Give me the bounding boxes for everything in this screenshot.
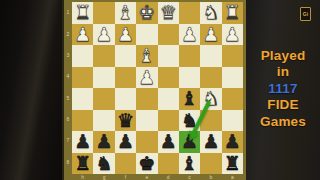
square-b5[interactable]: ♞ (200, 88, 221, 110)
square-e4[interactable]: ♟ (136, 67, 157, 89)
file-label-d: d (158, 173, 179, 180)
white-pawn-e4: ♟ (136, 67, 157, 89)
file-label-a: a (222, 173, 243, 180)
square-c8[interactable]: ♝ (179, 153, 200, 175)
square-e7[interactable] (136, 131, 157, 153)
black-queen-f6: ♛ (115, 110, 136, 132)
square-h4[interactable] (72, 67, 93, 89)
square-h1[interactable]: ♜ (72, 2, 93, 24)
square-f1[interactable]: ♝ (115, 2, 136, 24)
square-a6[interactable] (222, 110, 243, 132)
square-d8[interactable] (158, 153, 179, 175)
square-e1[interactable]: ♚ (136, 2, 157, 24)
rank-label-2: 2 (64, 23, 72, 44)
black-pawn-g7: ♟ (93, 131, 114, 153)
video-frame: 12345678 hgfedcba ♜♝♚♛♞♜♟♟♟♟♟♟♝♟♝♞♛♞♟♟♟♟… (0, 0, 320, 180)
square-g7[interactable]: ♟ (93, 131, 114, 153)
square-b3[interactable] (200, 45, 221, 67)
square-d4[interactable] (158, 67, 179, 89)
caption-line-in: in (246, 64, 320, 80)
square-e2[interactable] (136, 24, 157, 46)
square-g2[interactable]: ♟ (93, 24, 114, 46)
rank-labels: 12345678 (64, 2, 72, 173)
black-king-e8: ♚ (136, 153, 157, 175)
square-g4[interactable] (93, 67, 114, 89)
file-label-e: e (136, 173, 157, 180)
square-f7[interactable]: ♟ (115, 131, 136, 153)
caption-line-played: Played (246, 48, 320, 64)
black-knight-g8: ♞ (93, 153, 114, 175)
square-c7[interactable]: ♟ (179, 131, 200, 153)
square-c1[interactable] (179, 2, 200, 24)
channel-logo-icon: Gi (300, 7, 311, 21)
square-a8[interactable]: ♜ (222, 153, 243, 175)
square-h3[interactable] (72, 45, 93, 67)
caption-line-count: 1117 (246, 81, 320, 97)
square-d1[interactable]: ♛ (158, 2, 179, 24)
square-f2[interactable]: ♟ (115, 24, 136, 46)
square-h2[interactable]: ♟ (72, 24, 93, 46)
black-pawn-b7: ♟ (200, 131, 221, 153)
square-h5[interactable] (72, 88, 93, 110)
square-g6[interactable] (93, 110, 114, 132)
white-king-e1: ♚ (136, 2, 157, 24)
file-label-f: f (115, 173, 136, 180)
white-pawn-b2: ♟ (200, 24, 221, 46)
square-a7[interactable]: ♟ (222, 131, 243, 153)
square-g1[interactable] (93, 2, 114, 24)
square-h8[interactable]: ♜ (72, 153, 93, 175)
square-d2[interactable] (158, 24, 179, 46)
file-labels: hgfedcba (72, 173, 243, 180)
square-h6[interactable] (72, 110, 93, 132)
square-g5[interactable] (93, 88, 114, 110)
rank-label-7: 7 (64, 130, 72, 151)
left-background (0, 0, 62, 180)
black-pawn-a7: ♟ (222, 131, 243, 153)
black-pawn-f7: ♟ (115, 131, 136, 153)
square-c2[interactable]: ♟ (179, 24, 200, 46)
square-f4[interactable] (115, 67, 136, 89)
white-pawn-c2: ♟ (179, 24, 200, 46)
white-pawn-g2: ♟ (93, 24, 114, 46)
file-label-b: b (200, 173, 221, 180)
square-f6[interactable]: ♛ (115, 110, 136, 132)
square-b1[interactable]: ♞ (200, 2, 221, 24)
board-squares[interactable]: ♜♝♚♛♞♜♟♟♟♟♟♟♝♟♝♞♛♞♟♟♟♟♟♟♟♜♞♚♝♜ (72, 2, 243, 173)
square-c5[interactable]: ♝ (179, 88, 200, 110)
rank-label-4: 4 (64, 66, 72, 87)
square-c3[interactable] (179, 45, 200, 67)
white-rook-h1: ♜ (72, 2, 93, 24)
square-a1[interactable]: ♜ (222, 2, 243, 24)
black-pawn-d7: ♟ (158, 131, 179, 153)
white-knight-b5: ♞ (200, 88, 221, 110)
square-h7[interactable]: ♟ (72, 131, 93, 153)
square-e5[interactable] (136, 88, 157, 110)
black-rook-h8: ♜ (72, 153, 93, 175)
square-f8[interactable] (115, 153, 136, 175)
white-pawn-f2: ♟ (115, 24, 136, 46)
file-label-g: g (93, 173, 114, 180)
square-f3[interactable] (115, 45, 136, 67)
rank-label-5: 5 (64, 88, 72, 109)
square-b6[interactable] (200, 110, 221, 132)
square-b4[interactable] (200, 67, 221, 89)
white-pawn-h2: ♟ (72, 24, 93, 46)
file-label-h: h (72, 173, 93, 180)
white-pawn-a2: ♟ (222, 24, 243, 46)
black-rook-a8: ♜ (222, 153, 243, 175)
square-a3[interactable] (222, 45, 243, 67)
white-queen-d1: ♛ (158, 2, 179, 24)
black-knight-c6: ♞ (179, 110, 200, 132)
white-knight-b1: ♞ (200, 2, 221, 24)
square-d6[interactable] (158, 110, 179, 132)
square-b8[interactable] (200, 153, 221, 175)
white-rook-a1: ♜ (222, 2, 243, 24)
black-pawn-h7: ♟ (72, 131, 93, 153)
square-d3[interactable] (158, 45, 179, 67)
square-b2[interactable]: ♟ (200, 24, 221, 46)
square-a5[interactable] (222, 88, 243, 110)
square-c6[interactable]: ♞ (179, 110, 200, 132)
file-label-c: c (179, 173, 200, 180)
white-bishop-e3: ♝ (136, 45, 157, 67)
square-e3[interactable]: ♝ (136, 45, 157, 67)
caption-line-games: Games (246, 114, 320, 130)
caption-text: Played in 1117 FIDE Games (246, 48, 320, 130)
square-g3[interactable] (93, 45, 114, 67)
square-e6[interactable] (136, 110, 157, 132)
rank-label-1: 1 (64, 2, 72, 23)
rank-label-6: 6 (64, 109, 72, 130)
square-g8[interactable]: ♞ (93, 153, 114, 175)
square-b7[interactable]: ♟ (200, 131, 221, 153)
chess-board[interactable]: 12345678 hgfedcba ♜♝♚♛♞♜♟♟♟♟♟♟♝♟♝♞♛♞♟♟♟♟… (62, 0, 246, 180)
square-d7[interactable]: ♟ (158, 131, 179, 153)
white-bishop-f1: ♝ (115, 2, 136, 24)
square-a4[interactable] (222, 67, 243, 89)
square-f5[interactable] (115, 88, 136, 110)
black-bishop-c5: ♝ (179, 88, 200, 110)
caption-line-fide: FIDE (246, 97, 320, 113)
square-c4[interactable] (179, 67, 200, 89)
square-a2[interactable]: ♟ (222, 24, 243, 46)
black-bishop-c8: ♝ (179, 153, 200, 175)
rank-label-3: 3 (64, 45, 72, 66)
square-e8[interactable]: ♚ (136, 153, 157, 175)
square-d5[interactable] (158, 88, 179, 110)
side-panel: Gi Played in 1117 FIDE Games (246, 0, 320, 180)
black-pawn-c7: ♟ (179, 131, 200, 153)
rank-label-8: 8 (64, 152, 72, 173)
